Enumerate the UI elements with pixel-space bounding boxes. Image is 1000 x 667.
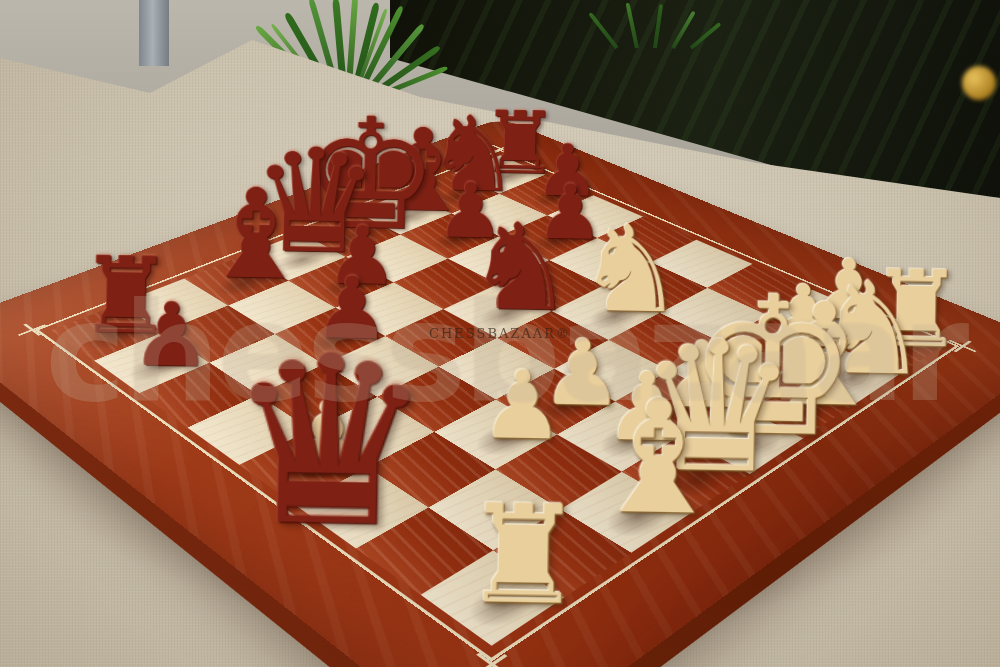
offboard-red-queen[interactable]: ♛ [219, 336, 436, 667]
red-knight-e5[interactable]: ♞ [467, 213, 576, 323]
plant-leaf [588, 12, 618, 49]
plant-leaf [625, 3, 638, 49]
white-bishop-c1[interactable]: ♝ [586, 386, 729, 530]
white-rook-a1[interactable]: ♜ [462, 494, 586, 619]
white-pawn-c3[interactable]: ♟ [479, 363, 565, 449]
corner-inlay-cross [462, 644, 520, 667]
window-frame [139, 0, 169, 66]
corner-inlay-cross [11, 319, 53, 341]
plant-leaf [653, 4, 663, 48]
red-bishop-c8[interactable]: ♝ [199, 178, 312, 291]
potted-plant-right [585, 0, 715, 48]
red-pawn-a7[interactable]: ♟ [131, 295, 211, 376]
photo-stage: ♜♝♛♚♝♞♜♟♟♟♟♟♟♞♟♞♟♟♟♟♟♟♜♝♛♚♝♞♜ ♛♛ chessba… [0, 0, 1000, 667]
